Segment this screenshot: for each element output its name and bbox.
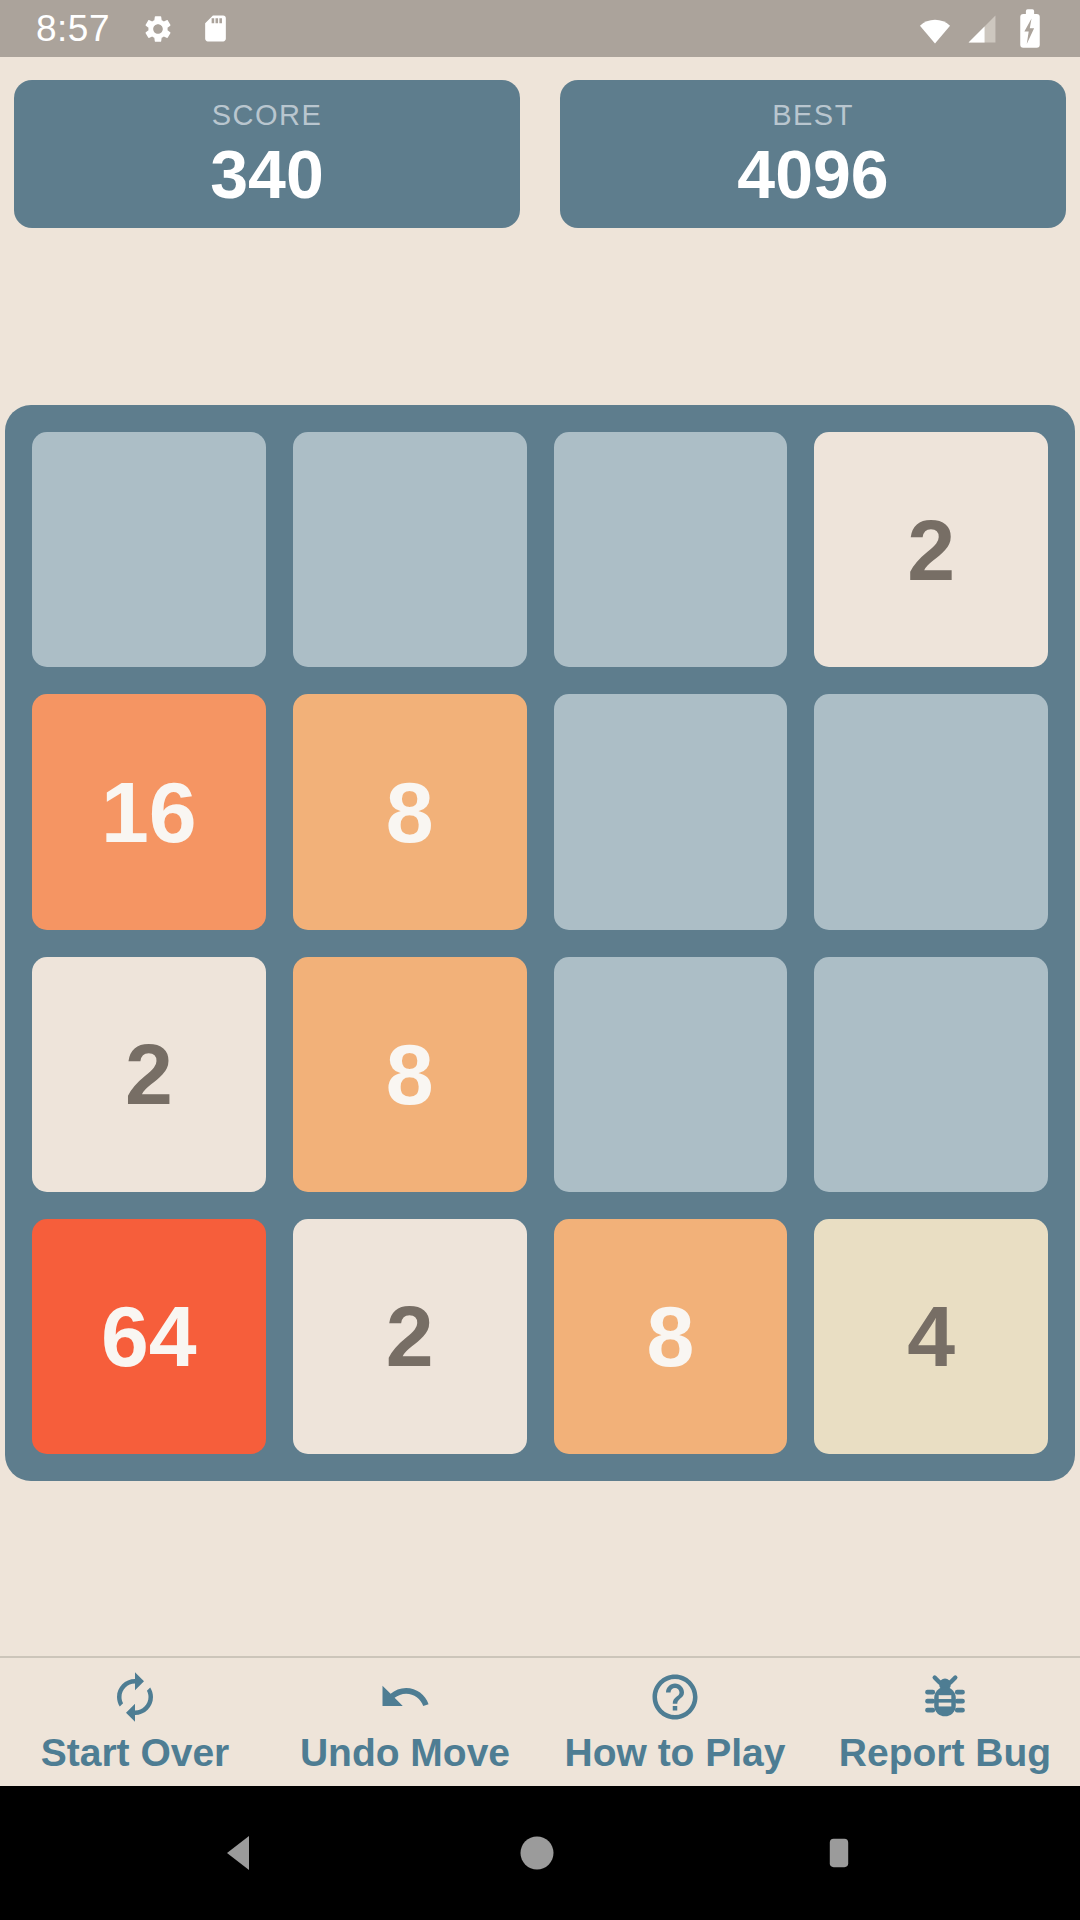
restart-icon [108,1670,162,1724]
best-label: BEST [772,101,854,130]
board-grid: 21682864284 [32,432,1048,1454]
toolbar: Start Over Undo Move How to Play [0,1656,1080,1784]
status-bar: 8:57 [0,0,1080,57]
home-icon[interactable] [515,1831,559,1875]
tile-4: 4 [814,1219,1048,1454]
how-to-play-button[interactable]: How to Play [540,1658,810,1784]
score-label: SCORE [212,101,323,130]
cell-signal-icon [965,12,999,46]
tile-2: 2 [814,432,1048,667]
bug-icon [918,1670,972,1724]
empty-cell [814,694,1048,929]
undo-move-button[interactable]: Undo Move [270,1658,540,1784]
board[interactable]: 21682864284 [5,405,1075,1481]
empty-cell [554,957,788,1192]
empty-cell [554,432,788,667]
android-nav-bar [0,1786,1080,1920]
battery-charging-icon [1017,7,1043,51]
report-bug-button[interactable]: Report Bug [810,1658,1080,1784]
undo-move-label: Undo Move [300,1733,510,1772]
how-to-play-label: How to Play [564,1733,785,1772]
undo-icon [378,1670,432,1724]
recents-icon[interactable] [816,1830,862,1876]
tile-2: 2 [32,957,266,1192]
screen: 8:57 SCORE 340 BEST 4096 [0,0,1080,1920]
tile-8: 8 [554,1219,788,1454]
best-box: BEST 4096 [560,80,1066,228]
tile-8: 8 [293,957,527,1192]
back-icon[interactable] [218,1831,258,1875]
empty-cell [32,432,266,667]
score-box: SCORE 340 [14,80,520,228]
tile-16: 16 [32,694,266,929]
help-icon [648,1670,702,1724]
empty-cell [293,432,527,667]
empty-cell [814,957,1048,1192]
start-over-label: Start Over [41,1733,230,1772]
tile-8: 8 [293,694,527,929]
empty-cell [554,694,788,929]
start-over-button[interactable]: Start Over [0,1658,270,1784]
wifi-icon [914,10,956,48]
sd-card-icon [200,13,231,44]
settings-gear-icon [142,13,174,45]
tile-64: 64 [32,1219,266,1454]
best-value: 4096 [737,140,888,208]
score-panel: SCORE 340 BEST 4096 [14,80,1066,228]
tile-2: 2 [293,1219,527,1454]
status-time: 8:57 [36,10,110,47]
score-value: 340 [210,140,323,208]
report-bug-label: Report Bug [839,1733,1051,1772]
